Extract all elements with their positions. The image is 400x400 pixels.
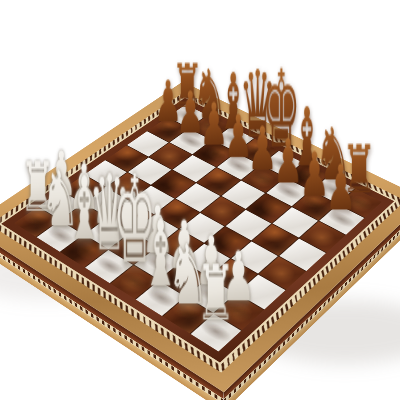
- scene: ♜♞♝♛♚♝♞♜♟♟♟♟♟♟♟♟♟♟♟♟♟♟♟♟♜♞♝♛♚♝♞♜: [0, 0, 400, 400]
- pawn-glyph: ♟: [308, 145, 374, 219]
- chess-board: ♜♞♝♛♚♝♞♜♟♟♟♟♟♟♟♟♟♟♟♟♟♟♟♟♜♞♝♛♚♝♞♜: [0, 81, 400, 391]
- chess-set-photo: ♜♞♝♛♚♝♞♜♟♟♟♟♟♟♟♟♟♟♟♟♟♟♟♟♜♞♝♛♚♝♞♜: [0, 0, 400, 400]
- rook-glyph: ♜: [176, 242, 255, 332]
